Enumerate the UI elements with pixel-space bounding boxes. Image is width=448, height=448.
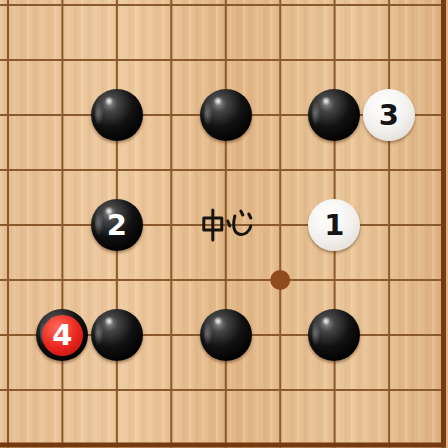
intersection-c6-r9[interactable] (253, 418, 307, 448)
intersection-c5-r4[interactable] (198, 143, 252, 198)
intersection-c5-r8[interactable] (198, 363, 252, 418)
stone-black-c7-r3 (308, 89, 360, 141)
intersection-c6-r5[interactable] (253, 198, 307, 253)
intersection-c2-r5[interactable] (35, 198, 89, 253)
intersection-c3-r7[interactable] (90, 308, 144, 363)
intersection-c3-r5[interactable]: 2 (90, 198, 144, 253)
intersection-c8-r9[interactable] (362, 418, 416, 448)
stone-move-number: 3 (379, 101, 399, 130)
intersection-c9-r4[interactable] (416, 143, 448, 198)
stone-black-c2-r7: 4 (36, 309, 88, 361)
intersection-c9-r8[interactable] (416, 363, 448, 418)
intersection-c5-r1[interactable] (198, 0, 252, 33)
intersection-c2-r6[interactable] (35, 253, 89, 308)
go-board: 3214 (0, 0, 448, 448)
stone-white-c7-r5: 1 (308, 199, 360, 251)
intersection-c5-r3[interactable] (198, 88, 252, 143)
intersection-c1-r8[interactable] (0, 363, 35, 418)
intersection-c8-r2[interactable] (362, 33, 416, 88)
stone-black-c3-r5: 2 (91, 199, 143, 251)
intersection-c3-r4[interactable] (90, 143, 144, 198)
intersection-c3-r9[interactable] (90, 418, 144, 448)
intersection-c1-r4[interactable] (0, 143, 35, 198)
intersection-c6-r4[interactable] (253, 143, 307, 198)
intersection-c5-r5[interactable] (198, 198, 252, 253)
intersection-c7-r6[interactable] (307, 253, 361, 308)
intersection-c5-r2[interactable] (198, 33, 252, 88)
intersection-c4-r1[interactable] (144, 0, 198, 33)
intersection-c2-r4[interactable] (35, 143, 89, 198)
intersection-c1-r6[interactable] (0, 253, 35, 308)
intersection-c7-r4[interactable] (307, 143, 361, 198)
intersection-c9-r2[interactable] (416, 33, 448, 88)
intersection-c3-r2[interactable] (90, 33, 144, 88)
intersection-c6-r6[interactable] (253, 253, 307, 308)
intersection-c7-r8[interactable] (307, 363, 361, 418)
intersection-c1-r3[interactable] (0, 88, 35, 143)
intersection-c9-r1[interactable] (416, 0, 448, 33)
intersection-c3-r6[interactable] (90, 253, 144, 308)
intersection-c7-r7[interactable] (307, 308, 361, 363)
intersection-c7-r9[interactable] (307, 418, 361, 448)
intersection-c9-r6[interactable] (416, 253, 448, 308)
intersection-c3-r3[interactable] (90, 88, 144, 143)
stone-white-c8-r3: 3 (363, 89, 415, 141)
intersection-c1-r5[interactable] (0, 198, 35, 253)
intersection-c2-r1[interactable] (35, 0, 89, 33)
intersection-c2-r2[interactable] (35, 33, 89, 88)
stone-black-c3-r3 (91, 89, 143, 141)
intersection-c4-r6[interactable] (144, 253, 198, 308)
intersection-c6-r3[interactable] (253, 88, 307, 143)
intersection-c1-r9[interactable] (0, 418, 35, 448)
intersection-c4-r2[interactable] (144, 33, 198, 88)
stone-move-number: 4 (52, 321, 72, 350)
intersection-c9-r9[interactable] (416, 418, 448, 448)
intersection-c4-r9[interactable] (144, 418, 198, 448)
intersection-c7-r1[interactable] (307, 0, 361, 33)
intersection-c4-r8[interactable] (144, 363, 198, 418)
intersection-c5-r7[interactable] (198, 308, 252, 363)
intersection-c7-r3[interactable] (307, 88, 361, 143)
intersection-c4-r4[interactable] (144, 143, 198, 198)
intersection-c1-r7[interactable] (0, 308, 35, 363)
intersection-c8-r7[interactable] (362, 308, 416, 363)
intersection-c7-r2[interactable] (307, 33, 361, 88)
intersection-c9-r3[interactable] (416, 88, 448, 143)
intersection-c2-r8[interactable] (35, 363, 89, 418)
intersection-c6-r2[interactable] (253, 33, 307, 88)
stone-move-number: 1 (324, 211, 344, 240)
intersection-c2-r3[interactable] (35, 88, 89, 143)
board-intersections: 3214 (0, 0, 448, 448)
intersection-c8-r5[interactable] (362, 198, 416, 253)
intersection-c6-r8[interactable] (253, 363, 307, 418)
intersection-c4-r3[interactable] (144, 88, 198, 143)
intersection-c4-r5[interactable] (144, 198, 198, 253)
intersection-c9-r7[interactable] (416, 308, 448, 363)
intersection-c9-r5[interactable] (416, 198, 448, 253)
stone-move-number: 2 (107, 211, 127, 240)
intersection-c2-r9[interactable] (35, 418, 89, 448)
intersection-c8-r4[interactable] (362, 143, 416, 198)
intersection-c1-r1[interactable] (0, 0, 35, 33)
intersection-c8-r1[interactable] (362, 0, 416, 33)
stone-black-c5-r7 (200, 309, 252, 361)
intersection-c8-r3[interactable]: 3 (362, 88, 416, 143)
intersection-c6-r1[interactable] (253, 0, 307, 33)
intersection-c1-r2[interactable] (0, 33, 35, 88)
intersection-c8-r8[interactable] (362, 363, 416, 418)
intersection-c5-r6[interactable] (198, 253, 252, 308)
intersection-c8-r6[interactable] (362, 253, 416, 308)
stone-black-c3-r7 (91, 309, 143, 361)
intersection-c3-r8[interactable] (90, 363, 144, 418)
intersection-c3-r1[interactable] (90, 0, 144, 33)
intersection-c6-r7[interactable] (253, 308, 307, 363)
intersection-c2-r7[interactable]: 4 (35, 308, 89, 363)
stone-black-c7-r7 (308, 309, 360, 361)
intersection-c7-r5[interactable]: 1 (307, 198, 361, 253)
intersection-c5-r9[interactable] (198, 418, 252, 448)
intersection-c4-r7[interactable] (144, 308, 198, 363)
stone-black-c5-r3 (200, 89, 252, 141)
